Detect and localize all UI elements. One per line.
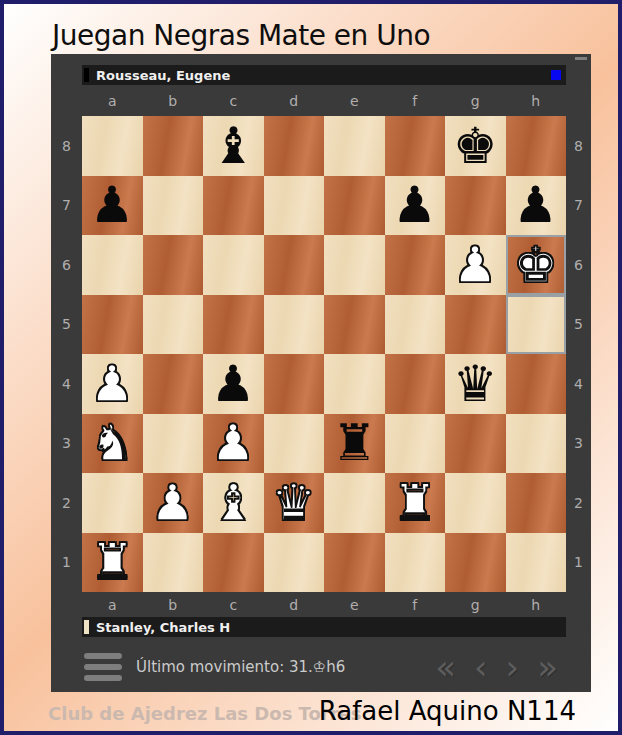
first-move-button[interactable]: « (435, 644, 456, 690)
square-d1[interactable] (264, 533, 325, 593)
piece-white-king: ♚ (513, 240, 558, 290)
rank-labels-left: 87654321 (51, 116, 82, 592)
square-d5[interactable] (264, 295, 325, 355)
square-h5[interactable] (506, 295, 567, 355)
file-label-b: b (143, 592, 204, 618)
white-player-color-chip (84, 620, 89, 634)
rank-label-7: 7 (566, 176, 591, 236)
square-b7[interactable] (143, 176, 204, 236)
move-navigation: « ‹ › » (435, 644, 558, 690)
square-d7[interactable] (264, 176, 325, 236)
square-h1[interactable] (506, 533, 567, 593)
square-b8[interactable] (143, 116, 204, 176)
square-b4[interactable] (143, 354, 204, 414)
menu-icon[interactable] (84, 653, 122, 681)
square-d6[interactable] (264, 235, 325, 295)
square-a1[interactable]: ♜ (82, 533, 143, 593)
file-label-g: g (445, 592, 506, 618)
square-g3[interactable] (445, 414, 506, 474)
rank-labels-right: 87654321 (566, 116, 591, 592)
file-label-f: f (385, 88, 446, 114)
rank-label-2: 2 (51, 473, 82, 533)
square-f8[interactable] (385, 116, 446, 176)
square-g7[interactable] (445, 176, 506, 236)
rank-label-1: 1 (566, 533, 591, 593)
square-c3[interactable]: ♟ (203, 414, 264, 474)
file-label-g: g (445, 88, 506, 114)
file-label-b: b (143, 88, 204, 114)
square-e1[interactable] (324, 533, 385, 593)
piece-black-king: ♚ (453, 121, 498, 171)
piece-black-bishop: ♝ (211, 121, 256, 171)
square-b5[interactable] (143, 295, 204, 355)
black-player-color-chip (84, 68, 89, 82)
square-g8[interactable]: ♚ (445, 116, 506, 176)
piece-black-pawn: ♟ (513, 180, 558, 230)
file-label-a: a (82, 592, 143, 618)
square-e2[interactable] (324, 473, 385, 533)
piece-black-pawn: ♟ (211, 359, 256, 409)
file-label-c: c (203, 88, 264, 114)
file-label-c: c (203, 592, 264, 618)
piece-black-queen: ♛ (453, 359, 498, 409)
square-d4[interactable] (264, 354, 325, 414)
square-c1[interactable] (203, 533, 264, 593)
chess-board: ♝♚♟♟♟♟♚♟♟♛♞♟♜♟♝♛♜♜ (82, 116, 566, 592)
black-player-name: Rousseau, Eugene (96, 68, 230, 83)
file-label-d: d (264, 592, 325, 618)
square-h6[interactable]: ♚ (506, 235, 567, 295)
rank-label-7: 7 (51, 176, 82, 236)
square-d3[interactable] (264, 414, 325, 474)
last-move-button[interactable]: » (537, 644, 558, 690)
rank-label-3: 3 (566, 414, 591, 474)
piece-white-rook: ♜ (90, 537, 135, 587)
rank-label-8: 8 (51, 116, 82, 176)
last-move-label: Último movimiento: 31.♔h6 (136, 658, 345, 676)
file-labels-top: abcdefgh (82, 88, 566, 114)
square-e4[interactable] (324, 354, 385, 414)
square-a5[interactable] (82, 295, 143, 355)
square-a4[interactable]: ♟ (82, 354, 143, 414)
watermark-text: Club de Ajedrez Las Dos Torres (48, 703, 362, 724)
next-move-button[interactable]: › (506, 644, 520, 690)
square-f6[interactable] (385, 235, 446, 295)
rank-label-2: 2 (566, 473, 591, 533)
square-d8[interactable] (264, 116, 325, 176)
square-e6[interactable] (324, 235, 385, 295)
square-e7[interactable] (324, 176, 385, 236)
square-g5[interactable] (445, 295, 506, 355)
file-labels-bottom: abcdefgh (82, 592, 566, 618)
square-h8[interactable] (506, 116, 567, 176)
square-f2[interactable]: ♜ (385, 473, 446, 533)
square-g2[interactable] (445, 473, 506, 533)
square-c4[interactable]: ♟ (203, 354, 264, 414)
player-bar-white: Stanley, Charles H (82, 617, 566, 637)
white-player-name: Stanley, Charles H (96, 620, 230, 635)
square-c6[interactable] (203, 235, 264, 295)
piece-white-rook: ♜ (392, 478, 437, 528)
controls-bar: Último movimiento: 31.♔h6 « ‹ › » (82, 644, 566, 690)
square-b1[interactable] (143, 533, 204, 593)
square-a2[interactable] (82, 473, 143, 533)
rank-label-8: 8 (566, 116, 591, 176)
piece-black-pawn: ♟ (392, 180, 437, 230)
square-e8[interactable] (324, 116, 385, 176)
piece-white-pawn: ♟ (211, 418, 256, 468)
file-label-d: d (264, 88, 325, 114)
rank-label-4: 4 (51, 354, 82, 414)
square-h2[interactable] (506, 473, 567, 533)
file-label-h: h (506, 88, 567, 114)
file-label-e: e (324, 88, 385, 114)
panel-resize-dash (575, 57, 587, 60)
square-a3[interactable]: ♞ (82, 414, 143, 474)
piece-white-bishop: ♝ (211, 478, 256, 528)
square-h3[interactable] (506, 414, 567, 474)
square-c7[interactable] (203, 176, 264, 236)
square-c2[interactable]: ♝ (203, 473, 264, 533)
piece-white-pawn: ♟ (150, 478, 195, 528)
square-f4[interactable] (385, 354, 446, 414)
square-a8[interactable] (82, 116, 143, 176)
player-bar-black: Rousseau, Eugene (82, 65, 566, 85)
turn-indicator-square (551, 70, 561, 80)
rank-label-5: 5 (51, 295, 82, 355)
square-d2[interactable]: ♛ (264, 473, 325, 533)
credit-text: Rafael Aquino N114 (319, 696, 576, 726)
square-g4[interactable]: ♛ (445, 354, 506, 414)
prev-move-button[interactable]: ‹ (474, 644, 488, 690)
piece-white-knight: ♞ (90, 418, 135, 468)
square-h7[interactable]: ♟ (506, 176, 567, 236)
piece-white-queen: ♛ (271, 478, 316, 528)
rank-label-5: 5 (566, 295, 591, 355)
piece-white-pawn: ♟ (453, 240, 498, 290)
rank-label-6: 6 (51, 235, 82, 295)
square-b3[interactable] (143, 414, 204, 474)
square-f3[interactable] (385, 414, 446, 474)
square-e3[interactable]: ♜ (324, 414, 385, 474)
square-g6[interactable]: ♟ (445, 235, 506, 295)
rank-label-6: 6 (566, 235, 591, 295)
square-f5[interactable] (385, 295, 446, 355)
square-f1[interactable] (385, 533, 446, 593)
file-label-a: a (82, 88, 143, 114)
page-title: Juegan Negras Mate en Uno (52, 20, 430, 52)
rank-label-4: 4 (566, 354, 591, 414)
square-a7[interactable]: ♟ (82, 176, 143, 236)
file-label-f: f (385, 592, 446, 618)
square-g1[interactable] (445, 533, 506, 593)
square-b6[interactable] (143, 235, 204, 295)
chess-widget-panel: Rousseau, Eugene abcdefgh 87654321 ♝♚♟♟♟… (51, 54, 591, 692)
file-label-e: e (324, 592, 385, 618)
square-a6[interactable] (82, 235, 143, 295)
piece-black-rook: ♜ (332, 418, 377, 468)
square-e5[interactable] (324, 295, 385, 355)
square-f7[interactable]: ♟ (385, 176, 446, 236)
square-b2[interactable]: ♟ (143, 473, 204, 533)
rank-label-3: 3 (51, 414, 82, 474)
page: Juegan Negras Mate en Uno Rousseau, Euge… (0, 0, 622, 735)
square-c8[interactable]: ♝ (203, 116, 264, 176)
file-label-h: h (506, 592, 567, 618)
square-h4[interactable] (506, 354, 567, 414)
rank-label-1: 1 (51, 533, 82, 593)
square-c5[interactable] (203, 295, 264, 355)
piece-black-pawn: ♟ (90, 180, 135, 230)
piece-white-pawn: ♟ (90, 359, 135, 409)
